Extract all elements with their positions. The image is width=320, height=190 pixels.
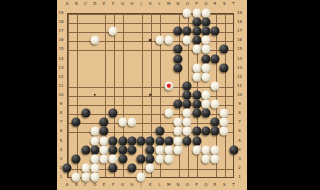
board-cell[interactable] [62,163,71,172]
board-cell[interactable] [173,81,182,90]
board-cell[interactable] [62,118,71,127]
board-cell[interactable] [72,45,81,54]
board-cell[interactable] [109,109,118,118]
board-cell[interactable] [173,127,182,136]
board-cell[interactable] [109,172,118,181]
board-cell[interactable] [127,9,136,18]
board-cell[interactable] [183,109,192,118]
board-cell[interactable] [201,136,210,145]
board-cell[interactable] [127,118,136,127]
board-cell[interactable] [90,18,99,27]
board-cell[interactable] [155,81,164,90]
board-cell[interactable] [210,172,219,181]
board-cell[interactable] [220,45,229,54]
board-cell[interactable] [229,118,238,127]
board-cell[interactable] [192,136,201,145]
board-cell[interactable] [109,63,118,72]
board-cell[interactable] [81,81,90,90]
board-cell[interactable] [72,72,81,81]
board-cell[interactable] [146,45,155,54]
board-cell[interactable] [164,118,173,127]
board-cell[interactable] [62,109,71,118]
board-cell[interactable] [173,90,182,99]
board-cell[interactable] [220,154,229,163]
board-cell[interactable] [164,109,173,118]
board-cell[interactable] [155,72,164,81]
board-cell[interactable] [155,100,164,109]
board-cell[interactable] [109,27,118,36]
board-cell[interactable] [229,45,238,54]
board-cell[interactable] [72,90,81,99]
board-cell[interactable] [99,136,108,145]
board-cell[interactable] [229,145,238,154]
board-cell[interactable] [164,9,173,18]
board-cell[interactable] [146,63,155,72]
board-cell[interactable] [127,72,136,81]
board-cell[interactable] [155,54,164,63]
board-cell[interactable] [136,63,145,72]
board-cell[interactable] [146,172,155,181]
board-cell[interactable] [72,18,81,27]
board-cell[interactable] [229,163,238,172]
board-cell[interactable] [173,63,182,72]
board-cell[interactable] [109,145,118,154]
board-cell[interactable] [192,63,201,72]
board-cell[interactable] [146,145,155,154]
board-cell[interactable] [220,100,229,109]
board-cell[interactable] [99,118,108,127]
board-cell[interactable] [192,81,201,90]
board-cell[interactable] [183,36,192,45]
board-cell[interactable] [81,90,90,99]
board-cell[interactable] [90,109,99,118]
board-cell[interactable] [210,163,219,172]
board-cell[interactable] [99,81,108,90]
board-cell[interactable] [99,172,108,181]
board-cell[interactable] [81,118,90,127]
board-cell[interactable] [90,81,99,90]
board-cell[interactable] [62,54,71,63]
board-cell[interactable] [229,136,238,145]
board-cell[interactable] [81,9,90,18]
board-cell[interactable] [155,63,164,72]
board-cell[interactable] [136,36,145,45]
board-cell[interactable] [81,172,90,181]
board-cell[interactable] [109,100,118,109]
board-cell[interactable] [201,63,210,72]
board-cell[interactable] [210,145,219,154]
board-cell[interactable] [192,145,201,154]
board-cell[interactable] [127,18,136,27]
board-cell[interactable] [146,81,155,90]
board-cell[interactable] [62,90,71,99]
board-cell[interactable] [229,81,238,90]
board-cell[interactable] [155,127,164,136]
board-cell[interactable] [192,45,201,54]
board-cell[interactable] [99,145,108,154]
board-cell[interactable] [109,163,118,172]
board-cell[interactable] [146,136,155,145]
board-cell[interactable] [109,54,118,63]
board-cell[interactable] [183,145,192,154]
board-cell[interactable] [118,127,127,136]
board-cell[interactable] [201,18,210,27]
board-cell[interactable] [90,45,99,54]
board-cell[interactable] [136,145,145,154]
board-cell[interactable] [146,100,155,109]
board-cell[interactable] [136,172,145,181]
board-cell[interactable] [99,54,108,63]
board-cell[interactable] [164,172,173,181]
board-cell[interactable] [146,109,155,118]
board-cell[interactable] [220,109,229,118]
board-cell[interactable] [136,100,145,109]
board-cell[interactable] [192,154,201,163]
board-cell[interactable] [109,45,118,54]
board-cell[interactable] [220,36,229,45]
board-cell[interactable] [183,18,192,27]
board-cell[interactable] [220,9,229,18]
board-cell[interactable] [229,154,238,163]
board-cell[interactable] [220,118,229,127]
board-cell[interactable] [81,27,90,36]
board-cell[interactable] [164,100,173,109]
board-cell[interactable] [90,136,99,145]
board-cell[interactable] [183,118,192,127]
board-cell[interactable] [173,72,182,81]
board-cell[interactable] [146,127,155,136]
board-cell[interactable] [201,118,210,127]
board-cell[interactable] [155,109,164,118]
board-cell[interactable] [164,145,173,154]
board-cell[interactable] [62,81,71,90]
board-cell[interactable] [81,18,90,27]
board-cell[interactable] [90,36,99,45]
board-cell[interactable] [173,9,182,18]
board-cell[interactable] [62,154,71,163]
board-cell[interactable] [62,9,71,18]
board-cell[interactable] [164,45,173,54]
board-cell[interactable] [220,18,229,27]
board-cell[interactable] [155,136,164,145]
board-cell[interactable] [90,127,99,136]
board-cell[interactable] [210,109,219,118]
board-cell[interactable] [229,36,238,45]
board-cell[interactable] [99,9,108,18]
board-cell[interactable] [229,127,238,136]
board-cell[interactable] [127,45,136,54]
board-cell[interactable] [109,154,118,163]
board-cell[interactable] [99,109,108,118]
board-cell[interactable] [192,90,201,99]
board-cell[interactable] [99,36,108,45]
board-cell[interactable] [173,163,182,172]
board-cell[interactable] [90,100,99,109]
board-cell[interactable] [99,27,108,36]
board-cell[interactable] [173,136,182,145]
board-cell[interactable] [183,81,192,90]
board-cell[interactable] [146,18,155,27]
board-cell[interactable] [155,172,164,181]
board-cell[interactable] [173,172,182,181]
board-cell[interactable] [62,18,71,27]
board-cell[interactable] [90,54,99,63]
board-cell[interactable] [201,27,210,36]
board-cell[interactable] [183,172,192,181]
board-cell[interactable] [109,18,118,27]
board-cell[interactable] [72,100,81,109]
board-cell[interactable] [173,18,182,27]
board-cell[interactable] [201,100,210,109]
board-cell[interactable] [118,100,127,109]
board-cell[interactable] [62,63,71,72]
board-cell[interactable] [192,9,201,18]
board-cell[interactable] [183,9,192,18]
board-cell[interactable] [201,72,210,81]
board-cell[interactable] [210,81,219,90]
board-cell[interactable] [164,136,173,145]
board-cell[interactable] [220,163,229,172]
board-cell[interactable] [109,90,118,99]
board-cell[interactable] [62,100,71,109]
board-cell[interactable] [127,145,136,154]
board-cell[interactable] [109,9,118,18]
board-cell[interactable] [146,54,155,63]
board-cell[interactable] [127,63,136,72]
board-cell[interactable] [118,145,127,154]
board-cell[interactable] [127,172,136,181]
board-cell[interactable] [127,154,136,163]
board-cell[interactable] [127,90,136,99]
board-cell[interactable] [99,18,108,27]
board-cell[interactable] [192,27,201,36]
board-cell[interactable] [192,118,201,127]
board-cell[interactable] [201,45,210,54]
board-cell[interactable] [229,63,238,72]
board-cell[interactable] [210,154,219,163]
board-cell[interactable] [210,127,219,136]
board-cell[interactable] [109,72,118,81]
board-cell[interactable] [220,145,229,154]
board-cell[interactable] [118,118,127,127]
board-cell[interactable] [62,27,71,36]
board-cell[interactable] [229,100,238,109]
board-cell[interactable] [81,72,90,81]
board-cell[interactable] [220,81,229,90]
board-cell[interactable] [99,127,108,136]
board-cell[interactable] [220,72,229,81]
board-cell[interactable] [72,154,81,163]
board-cell[interactable] [183,127,192,136]
board-cell[interactable] [173,118,182,127]
board-cell[interactable] [183,72,192,81]
board-cell[interactable] [99,154,108,163]
board-cell[interactable] [109,36,118,45]
board-cell[interactable] [118,27,127,36]
board-cell[interactable] [81,109,90,118]
board-cell[interactable] [155,18,164,27]
board-cell[interactable] [183,54,192,63]
board-cell[interactable] [99,72,108,81]
board-cell[interactable] [146,72,155,81]
board-cell[interactable] [127,136,136,145]
board-cell[interactable] [229,90,238,99]
board-cell[interactable] [118,81,127,90]
board-cell[interactable] [81,163,90,172]
board-cell[interactable] [127,36,136,45]
board-cell[interactable] [201,81,210,90]
board-cell[interactable] [164,18,173,27]
board-cell[interactable] [201,145,210,154]
board-cell[interactable] [220,27,229,36]
board-cell[interactable] [210,54,219,63]
board-cell[interactable] [229,109,238,118]
board-cell[interactable] [164,54,173,63]
board-cell[interactable] [99,45,108,54]
board-cell[interactable] [201,36,210,45]
board-cell[interactable] [99,90,108,99]
board-cell[interactable] [192,109,201,118]
board-cell[interactable] [62,72,71,81]
board-cell[interactable] [127,27,136,36]
board-cell[interactable] [164,90,173,99]
board-cell[interactable] [210,136,219,145]
board-cell[interactable] [192,100,201,109]
board-cell[interactable] [146,90,155,99]
board-cell[interactable] [146,163,155,172]
board-cell[interactable] [183,90,192,99]
board-cell[interactable] [136,9,145,18]
board-cell[interactable] [183,27,192,36]
board-cell[interactable] [72,109,81,118]
board-cell[interactable] [136,118,145,127]
board-cell[interactable] [210,9,219,18]
board-cell[interactable] [210,27,219,36]
board-cell[interactable] [109,118,118,127]
board-cell[interactable] [118,154,127,163]
board-cell[interactable] [118,45,127,54]
board-cell[interactable] [164,27,173,36]
board-cell[interactable] [183,154,192,163]
board-cell[interactable] [220,90,229,99]
board-cell[interactable] [90,154,99,163]
board-cell[interactable] [62,172,71,181]
board-cell[interactable] [127,100,136,109]
board-cell[interactable] [90,90,99,99]
board-cell[interactable] [183,45,192,54]
board-cell[interactable] [192,54,201,63]
board-cell[interactable] [220,63,229,72]
board-cell[interactable] [164,163,173,172]
board-cell[interactable] [118,72,127,81]
board-cell[interactable] [72,118,81,127]
board-cell[interactable] [146,9,155,18]
board-cell[interactable] [155,90,164,99]
board-cell[interactable] [136,136,145,145]
board-cell[interactable] [173,154,182,163]
board-cell[interactable] [81,36,90,45]
board-cell[interactable] [127,163,136,172]
board-cell[interactable] [109,127,118,136]
board-cell[interactable] [183,63,192,72]
board-cell[interactable] [155,145,164,154]
board-cell[interactable] [210,63,219,72]
board-cell[interactable] [72,27,81,36]
board-cell[interactable] [201,109,210,118]
board-cell[interactable] [99,100,108,109]
board-cell[interactable] [173,36,182,45]
board-cell[interactable] [72,172,81,181]
board-cell[interactable] [183,136,192,145]
board-cell[interactable] [81,154,90,163]
board-cell[interactable] [220,127,229,136]
board-cell[interactable] [201,154,210,163]
board-cell[interactable] [210,90,219,99]
board-cell[interactable] [109,136,118,145]
board-cell[interactable] [72,36,81,45]
board-cell[interactable] [72,9,81,18]
board-cell[interactable] [127,127,136,136]
board-cell[interactable] [192,163,201,172]
board-cell[interactable] [62,45,71,54]
board-cell[interactable] [127,109,136,118]
board-cell[interactable] [118,109,127,118]
board-cell[interactable] [136,90,145,99]
board-cell[interactable] [229,18,238,27]
board-cell[interactable] [220,54,229,63]
board-cell[interactable] [81,45,90,54]
board-cell[interactable] [118,63,127,72]
board-cell[interactable] [90,163,99,172]
board-cell[interactable] [136,127,145,136]
board-cell[interactable] [183,100,192,109]
board-cell[interactable] [81,136,90,145]
board-cell[interactable] [81,54,90,63]
board-cell[interactable] [136,27,145,36]
board-cell[interactable] [210,118,219,127]
board-cell[interactable] [90,9,99,18]
board-cell[interactable] [210,45,219,54]
board-cell[interactable] [127,54,136,63]
board-cell[interactable] [118,90,127,99]
board-cell[interactable] [72,163,81,172]
board-cell[interactable] [118,163,127,172]
board-cell[interactable] [146,27,155,36]
board-cell[interactable] [62,136,71,145]
board-cell[interactable] [210,72,219,81]
board-cell[interactable] [72,136,81,145]
board-cell[interactable] [155,118,164,127]
board-cell[interactable] [72,81,81,90]
board-cell[interactable] [229,72,238,81]
board-cell[interactable] [90,145,99,154]
board-cell[interactable] [136,54,145,63]
board-cell[interactable] [136,109,145,118]
board-cell[interactable] [201,163,210,172]
board-cell[interactable] [201,90,210,99]
board-cell[interactable] [173,54,182,63]
board-cell[interactable] [164,127,173,136]
board-cell[interactable] [90,63,99,72]
board-cell[interactable] [99,163,108,172]
board-cell[interactable] [127,81,136,90]
board-cell[interactable] [210,100,219,109]
board-cell[interactable] [81,127,90,136]
board-cell[interactable] [146,36,155,45]
board-cell[interactable] [136,163,145,172]
board-cell[interactable] [173,145,182,154]
board-cell[interactable] [136,45,145,54]
